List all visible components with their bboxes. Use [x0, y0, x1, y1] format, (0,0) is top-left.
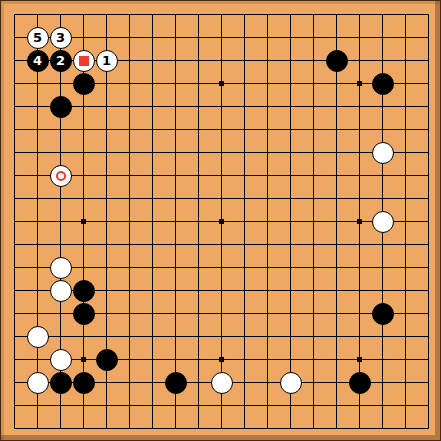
intersection-cell[interactable] [210, 72, 233, 95]
intersection-cell[interactable] [164, 3, 187, 26]
intersection-cell[interactable] [394, 325, 417, 348]
intersection-cell[interactable] [417, 164, 440, 187]
intersection-cell[interactable] [348, 417, 371, 440]
intersection-cell[interactable] [302, 26, 325, 49]
intersection-cell[interactable] [325, 279, 348, 302]
intersection-cell[interactable] [3, 141, 26, 164]
intersection-cell[interactable] [141, 3, 164, 26]
intersection-cell[interactable] [233, 141, 256, 164]
intersection-cell[interactable] [256, 348, 279, 371]
intersection-cell[interactable] [72, 371, 95, 394]
intersection-cell[interactable] [72, 141, 95, 164]
intersection-cell[interactable] [325, 233, 348, 256]
intersection-cell[interactable] [187, 3, 210, 26]
intersection-cell[interactable] [72, 49, 95, 72]
intersection-cell[interactable] [72, 348, 95, 371]
intersection-cell[interactable] [233, 394, 256, 417]
intersection-cell[interactable] [72, 164, 95, 187]
intersection-cell[interactable] [26, 371, 49, 394]
intersection-cell[interactable] [95, 371, 118, 394]
intersection-cell[interactable] [3, 3, 26, 26]
intersection-cell[interactable] [279, 49, 302, 72]
intersection-cell[interactable] [118, 118, 141, 141]
intersection-cell[interactable] [302, 279, 325, 302]
intersection-cell[interactable] [141, 233, 164, 256]
intersection-cell[interactable] [187, 95, 210, 118]
intersection-cell[interactable] [49, 394, 72, 417]
intersection-cell[interactable] [371, 72, 394, 95]
intersection-cell[interactable] [394, 141, 417, 164]
intersection-cell[interactable] [187, 394, 210, 417]
intersection-cell[interactable] [371, 187, 394, 210]
intersection-cell[interactable] [164, 256, 187, 279]
intersection-cell[interactable] [394, 49, 417, 72]
intersection-cell[interactable] [164, 72, 187, 95]
intersection-cell[interactable] [302, 187, 325, 210]
intersection-cell[interactable] [302, 118, 325, 141]
intersection-cell[interactable] [371, 210, 394, 233]
intersection-cell[interactable] [49, 3, 72, 26]
intersection-cell[interactable] [164, 394, 187, 417]
intersection-cell[interactable] [95, 72, 118, 95]
intersection-cell[interactable] [118, 371, 141, 394]
intersection-cell[interactable] [141, 256, 164, 279]
intersection-cell[interactable] [256, 325, 279, 348]
intersection-cell[interactable] [49, 72, 72, 95]
intersection-cell[interactable] [26, 187, 49, 210]
intersection-cell[interactable] [26, 302, 49, 325]
intersection-cell[interactable] [26, 417, 49, 440]
intersection-cell[interactable] [279, 394, 302, 417]
intersection-cell[interactable] [394, 187, 417, 210]
intersection-cell[interactable] [279, 210, 302, 233]
intersection-cell[interactable] [302, 141, 325, 164]
intersection-cell[interactable] [141, 302, 164, 325]
intersection-cell[interactable] [394, 256, 417, 279]
intersection-cell[interactable] [417, 325, 440, 348]
intersection-cell[interactable] [72, 95, 95, 118]
intersection-cell[interactable] [118, 302, 141, 325]
intersection-cell[interactable] [417, 348, 440, 371]
intersection-cell[interactable] [302, 49, 325, 72]
intersection-cell[interactable] [210, 371, 233, 394]
intersection-cell[interactable] [26, 279, 49, 302]
intersection-cell[interactable] [394, 348, 417, 371]
intersection-cell[interactable] [348, 3, 371, 26]
intersection-cell[interactable] [210, 325, 233, 348]
intersection-cell[interactable] [279, 95, 302, 118]
intersection-cell[interactable] [348, 141, 371, 164]
intersection-cell[interactable] [348, 348, 371, 371]
intersection-cell[interactable] [233, 371, 256, 394]
intersection-cell[interactable] [233, 72, 256, 95]
intersection-cell[interactable] [49, 279, 72, 302]
intersection-cell[interactable] [72, 72, 95, 95]
intersection-cell[interactable] [3, 210, 26, 233]
intersection-cell[interactable] [95, 26, 118, 49]
intersection-cell[interactable] [256, 26, 279, 49]
intersection-cell[interactable] [348, 26, 371, 49]
intersection-cell[interactable] [325, 49, 348, 72]
intersection-cell[interactable]: 1 [95, 49, 118, 72]
intersection-cell[interactable] [394, 95, 417, 118]
intersection-cell[interactable] [279, 279, 302, 302]
intersection-cell[interactable] [325, 348, 348, 371]
intersection-cell[interactable] [371, 164, 394, 187]
intersection-cell[interactable] [256, 118, 279, 141]
intersection-cell[interactable] [95, 3, 118, 26]
intersection-cell[interactable] [3, 72, 26, 95]
intersection-cell[interactable] [141, 371, 164, 394]
intersection-cell[interactable] [187, 325, 210, 348]
intersection-cell[interactable] [302, 210, 325, 233]
intersection-cell[interactable] [210, 49, 233, 72]
intersection-cell[interactable] [26, 72, 49, 95]
intersection-cell[interactable] [210, 279, 233, 302]
intersection-cell[interactable] [141, 325, 164, 348]
intersection-cell[interactable] [72, 118, 95, 141]
intersection-cell[interactable] [371, 49, 394, 72]
intersection-cell[interactable]: 3 [49, 26, 72, 49]
intersection-cell[interactable] [141, 417, 164, 440]
intersection-cell[interactable] [325, 371, 348, 394]
intersection-cell[interactable] [210, 348, 233, 371]
intersection-cell[interactable] [210, 26, 233, 49]
intersection-cell[interactable] [325, 210, 348, 233]
intersection-cell[interactable] [95, 164, 118, 187]
intersection-cell[interactable] [233, 3, 256, 26]
intersection-cell[interactable] [164, 279, 187, 302]
intersection-cell[interactable] [371, 302, 394, 325]
intersection-cell[interactable] [371, 3, 394, 26]
intersection-cell[interactable] [3, 49, 26, 72]
intersection-cell[interactable] [187, 348, 210, 371]
intersection-cell[interactable] [3, 394, 26, 417]
intersection-cell[interactable] [118, 141, 141, 164]
intersection-cell[interactable] [118, 279, 141, 302]
intersection-cell[interactable] [49, 256, 72, 279]
intersection-cell[interactable] [302, 302, 325, 325]
intersection-cell[interactable]: 5 [26, 26, 49, 49]
intersection-cell[interactable] [3, 95, 26, 118]
intersection-cell[interactable] [348, 118, 371, 141]
intersection-cell[interactable] [164, 233, 187, 256]
intersection-cell[interactable] [118, 26, 141, 49]
intersection-cell[interactable] [210, 210, 233, 233]
intersection-cell[interactable] [26, 394, 49, 417]
intersection-cell[interactable] [72, 233, 95, 256]
intersection-cell[interactable] [49, 164, 72, 187]
intersection-cell[interactable] [141, 141, 164, 164]
intersection-cell[interactable] [279, 3, 302, 26]
intersection-cell[interactable] [118, 394, 141, 417]
intersection-cell[interactable] [371, 118, 394, 141]
intersection-cell[interactable] [302, 371, 325, 394]
intersection-cell[interactable] [233, 164, 256, 187]
intersection-cell[interactable] [394, 72, 417, 95]
intersection-cell[interactable] [417, 302, 440, 325]
intersection-cell[interactable] [325, 141, 348, 164]
intersection-cell[interactable] [233, 49, 256, 72]
intersection-cell[interactable] [164, 302, 187, 325]
intersection-cell[interactable] [279, 256, 302, 279]
intersection-cell[interactable] [3, 279, 26, 302]
intersection-cell[interactable] [394, 26, 417, 49]
intersection-cell[interactable] [279, 118, 302, 141]
intersection-cell[interactable] [394, 164, 417, 187]
intersection-cell[interactable] [394, 233, 417, 256]
intersection-cell[interactable] [26, 348, 49, 371]
intersection-cell[interactable] [371, 348, 394, 371]
intersection-cell[interactable] [233, 187, 256, 210]
intersection-cell[interactable] [233, 95, 256, 118]
intersection-cell[interactable] [141, 118, 164, 141]
intersection-cell[interactable] [371, 371, 394, 394]
intersection-cell[interactable] [95, 187, 118, 210]
intersection-cell[interactable] [95, 256, 118, 279]
intersection-cell[interactable] [210, 164, 233, 187]
intersection-cell[interactable] [118, 3, 141, 26]
intersection-cell[interactable] [279, 72, 302, 95]
intersection-cell[interactable] [210, 141, 233, 164]
intersection-cell[interactable] [256, 72, 279, 95]
intersection-cell[interactable] [164, 118, 187, 141]
intersection-cell[interactable] [371, 325, 394, 348]
intersection-cell[interactable] [164, 95, 187, 118]
intersection-cell[interactable]: 2 [49, 49, 72, 72]
intersection-cell[interactable] [394, 371, 417, 394]
intersection-cell[interactable] [3, 302, 26, 325]
intersection-cell[interactable] [371, 394, 394, 417]
intersection-cell[interactable] [394, 417, 417, 440]
intersection-cell[interactable] [95, 233, 118, 256]
intersection-cell[interactable] [325, 26, 348, 49]
intersection-cell[interactable] [279, 325, 302, 348]
intersection-cell[interactable] [118, 49, 141, 72]
intersection-cell[interactable] [417, 141, 440, 164]
intersection-cell[interactable] [210, 118, 233, 141]
intersection-cell[interactable] [348, 164, 371, 187]
intersection-cell[interactable] [302, 256, 325, 279]
intersection-cell[interactable] [233, 118, 256, 141]
intersection-cell[interactable] [95, 302, 118, 325]
intersection-cell[interactable] [210, 394, 233, 417]
intersection-cell[interactable] [3, 164, 26, 187]
intersection-cell[interactable] [325, 3, 348, 26]
intersection-cell[interactable] [164, 187, 187, 210]
intersection-cell[interactable] [417, 187, 440, 210]
intersection-cell[interactable] [302, 95, 325, 118]
intersection-cell[interactable] [279, 233, 302, 256]
intersection-cell[interactable] [187, 210, 210, 233]
intersection-cell[interactable] [49, 118, 72, 141]
intersection-cell[interactable] [279, 26, 302, 49]
intersection-cell[interactable] [256, 394, 279, 417]
intersection-cell[interactable] [256, 233, 279, 256]
intersection-cell[interactable] [417, 3, 440, 26]
intersection-cell[interactable] [95, 348, 118, 371]
intersection-cell[interactable] [49, 233, 72, 256]
intersection-cell[interactable] [256, 3, 279, 26]
intersection-cell[interactable] [141, 72, 164, 95]
intersection-cell[interactable] [348, 233, 371, 256]
intersection-cell[interactable] [95, 141, 118, 164]
intersection-cell[interactable] [95, 210, 118, 233]
intersection-cell[interactable] [72, 394, 95, 417]
intersection-cell[interactable] [325, 256, 348, 279]
intersection-cell[interactable] [417, 72, 440, 95]
intersection-cell[interactable] [256, 302, 279, 325]
intersection-cell[interactable] [72, 187, 95, 210]
intersection-cell[interactable] [49, 210, 72, 233]
intersection-cell[interactable] [417, 26, 440, 49]
intersection-cell[interactable] [302, 394, 325, 417]
intersection-cell[interactable] [256, 141, 279, 164]
intersection-cell[interactable] [49, 141, 72, 164]
intersection-cell[interactable] [348, 72, 371, 95]
intersection-cell[interactable] [95, 394, 118, 417]
intersection-cell[interactable] [210, 3, 233, 26]
intersection-cell[interactable] [302, 417, 325, 440]
intersection-cell[interactable] [394, 394, 417, 417]
intersection-cell[interactable] [302, 348, 325, 371]
intersection-cell[interactable] [233, 302, 256, 325]
intersection-cell[interactable] [348, 256, 371, 279]
intersection-cell[interactable] [187, 26, 210, 49]
intersection-cell[interactable] [256, 279, 279, 302]
intersection-cell[interactable] [417, 371, 440, 394]
intersection-cell[interactable] [141, 279, 164, 302]
intersection-cell[interactable] [325, 72, 348, 95]
intersection-cell[interactable] [394, 118, 417, 141]
intersection-cell[interactable] [210, 302, 233, 325]
intersection-cell[interactable] [256, 417, 279, 440]
intersection-cell[interactable] [279, 371, 302, 394]
intersection-cell[interactable] [72, 26, 95, 49]
intersection-cell[interactable] [233, 348, 256, 371]
intersection-cell[interactable] [417, 394, 440, 417]
intersection-cell[interactable] [141, 348, 164, 371]
intersection-cell[interactable] [256, 187, 279, 210]
intersection-cell[interactable] [233, 233, 256, 256]
intersection-cell[interactable] [348, 302, 371, 325]
intersection-cell[interactable] [348, 394, 371, 417]
intersection-cell[interactable] [72, 417, 95, 440]
intersection-cell[interactable] [371, 233, 394, 256]
intersection-cell[interactable]: 4 [26, 49, 49, 72]
intersection-cell[interactable] [417, 233, 440, 256]
intersection-cell[interactable] [233, 210, 256, 233]
intersection-cell[interactable] [141, 26, 164, 49]
intersection-cell[interactable] [49, 348, 72, 371]
intersection-cell[interactable] [417, 95, 440, 118]
intersection-cell[interactable] [302, 72, 325, 95]
intersection-cell[interactable] [187, 371, 210, 394]
intersection-cell[interactable] [26, 256, 49, 279]
intersection-cell[interactable] [72, 256, 95, 279]
intersection-cell[interactable] [233, 417, 256, 440]
intersection-cell[interactable] [118, 164, 141, 187]
intersection-cell[interactable] [302, 325, 325, 348]
intersection-cell[interactable] [210, 233, 233, 256]
intersection-cell[interactable] [3, 256, 26, 279]
intersection-cell[interactable] [141, 95, 164, 118]
intersection-cell[interactable] [49, 325, 72, 348]
intersection-cell[interactable] [256, 210, 279, 233]
intersection-cell[interactable] [3, 371, 26, 394]
intersection-cell[interactable] [394, 302, 417, 325]
intersection-cell[interactable] [141, 394, 164, 417]
intersection-cell[interactable] [72, 3, 95, 26]
intersection-cell[interactable] [164, 49, 187, 72]
intersection-cell[interactable] [118, 233, 141, 256]
intersection-cell[interactable] [348, 49, 371, 72]
intersection-cell[interactable] [72, 325, 95, 348]
intersection-cell[interactable] [187, 256, 210, 279]
intersection-cell[interactable] [95, 95, 118, 118]
intersection-cell[interactable] [302, 164, 325, 187]
intersection-cell[interactable] [164, 210, 187, 233]
intersection-cell[interactable] [141, 49, 164, 72]
intersection-cell[interactable] [3, 417, 26, 440]
intersection-cell[interactable] [164, 141, 187, 164]
intersection-cell[interactable] [26, 164, 49, 187]
intersection-cell[interactable] [348, 325, 371, 348]
intersection-cell[interactable] [302, 3, 325, 26]
intersection-cell[interactable] [348, 371, 371, 394]
intersection-cell[interactable] [279, 417, 302, 440]
intersection-cell[interactable] [394, 279, 417, 302]
intersection-cell[interactable] [302, 233, 325, 256]
intersection-cell[interactable] [325, 118, 348, 141]
intersection-cell[interactable] [371, 141, 394, 164]
intersection-cell[interactable] [118, 417, 141, 440]
intersection-cell[interactable] [118, 256, 141, 279]
intersection-cell[interactable] [256, 95, 279, 118]
intersection-cell[interactable] [417, 49, 440, 72]
intersection-cell[interactable] [325, 325, 348, 348]
intersection-cell[interactable] [348, 279, 371, 302]
intersection-cell[interactable] [325, 417, 348, 440]
intersection-cell[interactable] [279, 164, 302, 187]
intersection-cell[interactable] [325, 187, 348, 210]
intersection-cell[interactable] [187, 233, 210, 256]
intersection-cell[interactable] [49, 95, 72, 118]
intersection-cell[interactable] [49, 302, 72, 325]
intersection-cell[interactable] [187, 72, 210, 95]
intersection-cell[interactable] [187, 118, 210, 141]
intersection-cell[interactable] [279, 187, 302, 210]
intersection-cell[interactable] [417, 417, 440, 440]
intersection-cell[interactable] [164, 325, 187, 348]
intersection-cell[interactable] [187, 49, 210, 72]
intersection-cell[interactable] [371, 279, 394, 302]
intersection-cell[interactable] [371, 417, 394, 440]
intersection-cell[interactable] [164, 417, 187, 440]
intersection-cell[interactable] [348, 210, 371, 233]
intersection-cell[interactable] [3, 26, 26, 49]
intersection-cell[interactable] [95, 417, 118, 440]
intersection-cell[interactable] [187, 302, 210, 325]
intersection-cell[interactable] [233, 26, 256, 49]
intersection-cell[interactable] [164, 371, 187, 394]
intersection-cell[interactable] [26, 325, 49, 348]
intersection-cell[interactable] [325, 302, 348, 325]
intersection-cell[interactable] [233, 325, 256, 348]
intersection-cell[interactable] [26, 233, 49, 256]
intersection-cell[interactable] [3, 325, 26, 348]
intersection-cell[interactable] [3, 233, 26, 256]
